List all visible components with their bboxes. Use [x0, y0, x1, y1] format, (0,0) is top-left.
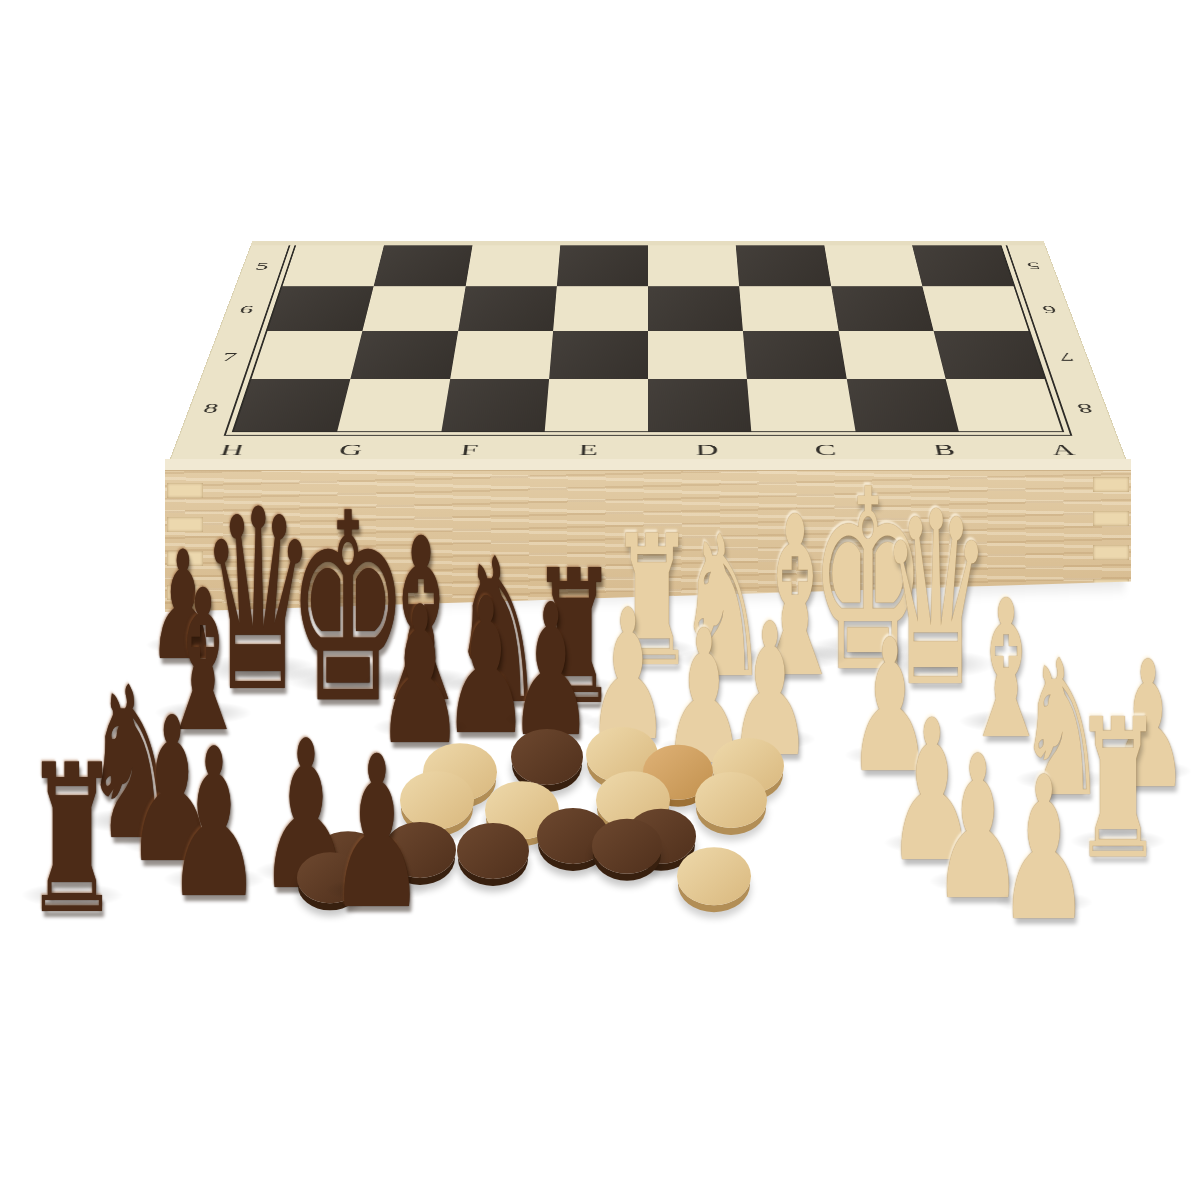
square-d5 — [648, 245, 739, 286]
square-f7 — [450, 331, 553, 379]
square-a5 — [912, 245, 1014, 286]
square-f6 — [458, 286, 557, 330]
square-e5 — [557, 245, 648, 286]
square-d8 — [648, 379, 752, 431]
chess-box-scene: 5678 5678 HGFEDCBA — [168, 238, 1128, 464]
checker-disc-light-8 — [695, 772, 767, 828]
board-grid — [232, 245, 1065, 432]
light-pawn-15: ♟ — [998, 751, 1090, 949]
checker-disc-dark-13 — [457, 823, 529, 879]
product-photo-canvas: 5678 5678 HGFEDCBA ♟♛♚♝♞♜♝♞♜♟♟♟♟♟♟♟♜♞♝♚♛… — [0, 0, 1200, 1200]
square-e6 — [553, 286, 648, 330]
finger-joint-right — [1093, 477, 1129, 492]
square-h8 — [234, 379, 351, 431]
square-c5 — [736, 245, 831, 286]
pieces-layer: ♟♛♚♝♞♜♝♞♜♟♟♟♟♟♟♟♜♞♝♚♛♝♞♜♟♟♟♟♟♟♟♟ — [0, 0, 1200, 1200]
square-f8 — [441, 379, 549, 431]
square-e8 — [544, 379, 648, 431]
square-e7 — [549, 331, 648, 379]
square-h7 — [251, 331, 362, 379]
board-top-face: 5678 5678 HGFEDCBA — [168, 241, 1128, 464]
square-f5 — [465, 245, 560, 286]
square-b8 — [846, 379, 958, 431]
square-d7 — [648, 331, 747, 379]
square-d6 — [648, 286, 743, 330]
finger-joint-right — [1093, 545, 1129, 560]
square-a6 — [922, 286, 1028, 330]
square-c8 — [747, 379, 855, 431]
dark-rook-9: ♜ — [24, 738, 120, 943]
checker-disc-light-9 — [677, 847, 751, 905]
square-g6 — [363, 286, 466, 330]
square-g7 — [351, 331, 458, 379]
board-mid-band: 5678 5678 — [179, 245, 1118, 435]
checker-disc-dark-15 — [592, 819, 662, 874]
square-g5 — [374, 245, 472, 286]
finger-joint-left — [167, 483, 203, 498]
square-g8 — [337, 379, 449, 431]
checker-disc-dark-10 — [511, 729, 583, 785]
square-b7 — [838, 331, 945, 379]
dark-pawn-14: ♟ — [166, 722, 262, 927]
square-b5 — [824, 245, 922, 286]
board-frame — [224, 245, 1073, 435]
square-h6 — [268, 286, 374, 330]
square-a7 — [933, 331, 1044, 379]
square-c6 — [739, 286, 838, 330]
square-b6 — [831, 286, 934, 330]
square-a8 — [945, 379, 1062, 431]
square-h5 — [282, 245, 384, 286]
dark-pawn-16: ♟ — [328, 729, 426, 939]
finger-joint-right — [1093, 511, 1129, 526]
square-c7 — [743, 331, 846, 379]
